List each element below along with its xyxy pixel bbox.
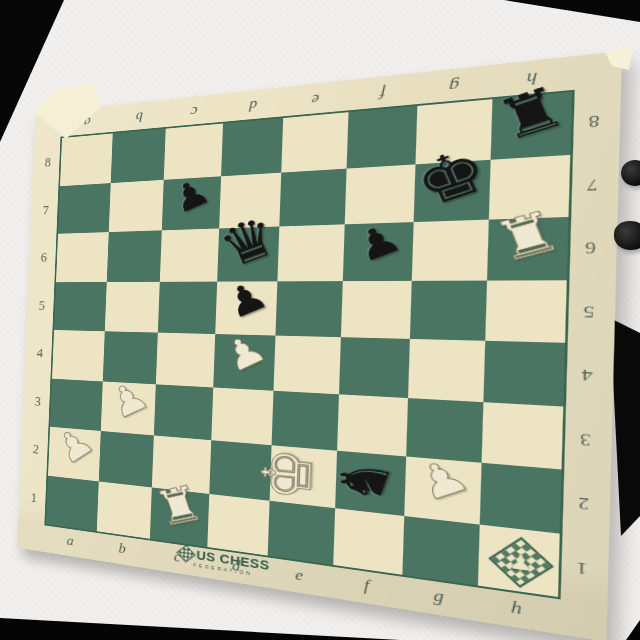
square-a4[interactable] xyxy=(52,330,104,381)
square-h3[interactable] xyxy=(481,402,563,470)
square-f4[interactable] xyxy=(338,337,409,397)
square-e1[interactable] xyxy=(268,500,335,565)
board-grid xyxy=(46,92,572,597)
square-c4[interactable] xyxy=(156,333,215,387)
photo-table-surface: 88aa77bb66cc55dd44ee33ff22gg11hh ♜♚♟♛♟♜♟… xyxy=(0,0,640,640)
square-h5[interactable] xyxy=(485,280,567,343)
square-a8[interactable] xyxy=(60,133,112,185)
square-b8[interactable] xyxy=(110,129,165,183)
square-h2[interactable] xyxy=(479,463,561,533)
chess-board-mat: 88aa77bb66cc55dd44ee33ff22gg11hh ♜♚♟♛♟♜♟… xyxy=(46,92,572,597)
square-a7[interactable] xyxy=(58,183,110,234)
square-h1[interactable] xyxy=(477,524,559,597)
captured-black-piece[interactable] xyxy=(614,221,640,250)
square-c6[interactable] xyxy=(160,228,219,281)
square-c3[interactable] xyxy=(154,384,213,440)
square-e3[interactable] xyxy=(272,390,339,450)
captured-black-piece[interactable] xyxy=(621,160,640,186)
square-b1[interactable] xyxy=(96,481,152,539)
square-g5[interactable] xyxy=(410,280,487,341)
square-b7[interactable] xyxy=(108,179,163,232)
square-d8[interactable] xyxy=(221,118,284,176)
square-b6[interactable] xyxy=(106,230,161,281)
square-e5[interactable] xyxy=(275,281,342,337)
square-h4[interactable] xyxy=(483,341,565,406)
square-e8[interactable] xyxy=(281,112,348,172)
white-king-fallen-e2[interactable]: ♚ xyxy=(254,445,323,504)
square-c5[interactable] xyxy=(158,281,217,334)
square-e4[interactable] xyxy=(274,336,341,394)
square-g4[interactable] xyxy=(408,339,485,402)
square-b5[interactable] xyxy=(104,281,159,332)
square-b2[interactable] xyxy=(98,431,153,487)
square-a1[interactable] xyxy=(46,475,98,531)
square-f1[interactable] xyxy=(333,508,405,575)
square-d1[interactable] xyxy=(207,493,270,555)
square-a6[interactable] xyxy=(56,232,108,282)
square-d3[interactable] xyxy=(211,387,274,445)
square-a5[interactable] xyxy=(54,282,106,332)
square-e7[interactable] xyxy=(279,168,346,226)
square-g6[interactable] xyxy=(412,220,488,281)
square-f3[interactable] xyxy=(337,394,409,457)
square-e6[interactable] xyxy=(277,224,344,281)
square-f5[interactable] xyxy=(340,280,411,339)
square-g1[interactable] xyxy=(402,516,479,586)
